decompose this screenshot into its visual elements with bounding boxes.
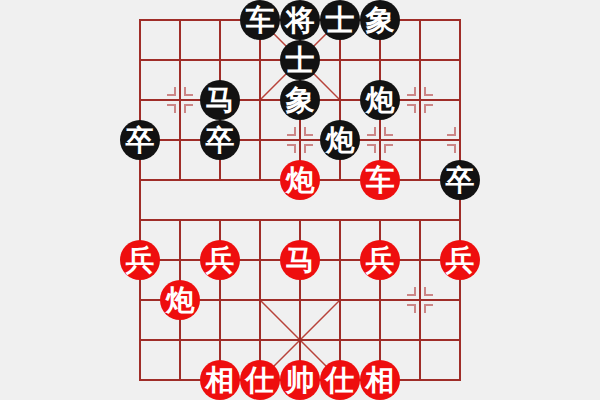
- piece-red-soldier[interactable]: 兵: [360, 240, 400, 280]
- star-point-marker: [294, 127, 296, 136]
- star-point-marker: [304, 144, 306, 153]
- board-file-line: [419, 19, 421, 181]
- star-point-marker: [174, 104, 176, 113]
- piece-black-chariot[interactable]: 车: [240, 0, 280, 40]
- star-point-marker: [424, 287, 426, 296]
- piece-black-advisor[interactable]: 士: [280, 40, 320, 80]
- piece-red-general[interactable]: 帅: [280, 360, 320, 400]
- star-point-marker: [414, 287, 416, 296]
- star-point-marker: [304, 127, 306, 136]
- piece-red-chariot[interactable]: 车: [360, 160, 400, 200]
- board-file-line: [139, 19, 141, 381]
- star-point-marker: [294, 144, 296, 153]
- piece-red-elephant[interactable]: 相: [360, 360, 400, 400]
- star-point-marker: [374, 144, 376, 153]
- piece-red-cannon[interactable]: 炮: [160, 280, 200, 320]
- piece-black-soldier[interactable]: 卒: [440, 160, 480, 200]
- star-point-marker: [414, 104, 416, 113]
- board-file-line: [419, 219, 421, 381]
- star-point-marker: [384, 127, 386, 136]
- piece-red-elephant[interactable]: 相: [200, 360, 240, 400]
- board-file-line: [459, 19, 461, 381]
- star-point-marker: [454, 144, 456, 153]
- piece-red-advisor[interactable]: 仕: [240, 360, 280, 400]
- xiangqi-board[interactable]: 车将士象士马象炮卒卒炮卒炮车兵兵马兵兵炮相仕帅仕相: [140, 20, 460, 380]
- star-point-marker: [184, 104, 186, 113]
- piece-red-advisor[interactable]: 仕: [320, 360, 360, 400]
- star-point-marker: [414, 87, 416, 96]
- star-point-marker: [454, 127, 456, 136]
- star-point-marker: [174, 87, 176, 96]
- piece-black-soldier[interactable]: 卒: [120, 120, 160, 160]
- piece-black-elephant[interactable]: 象: [360, 0, 400, 40]
- piece-black-cannon[interactable]: 炮: [320, 120, 360, 160]
- star-point-marker: [384, 144, 386, 153]
- board-file-line: [259, 19, 261, 181]
- star-point-marker: [414, 304, 416, 313]
- piece-black-general[interactable]: 将: [280, 0, 320, 40]
- piece-black-advisor[interactable]: 士: [320, 0, 360, 40]
- piece-red-soldier[interactable]: 兵: [440, 240, 480, 280]
- board-file-line: [339, 219, 341, 381]
- piece-red-soldier[interactable]: 兵: [200, 240, 240, 280]
- star-point-marker: [424, 304, 426, 313]
- piece-black-horse[interactable]: 马: [200, 80, 240, 120]
- star-point-marker: [374, 127, 376, 136]
- star-point-marker: [424, 87, 426, 96]
- board-file-line: [179, 19, 181, 181]
- piece-black-soldier[interactable]: 卒: [200, 120, 240, 160]
- piece-red-soldier[interactable]: 兵: [120, 240, 160, 280]
- star-point-marker: [424, 104, 426, 113]
- piece-black-cannon[interactable]: 炮: [360, 80, 400, 120]
- piece-red-cannon[interactable]: 炮: [280, 160, 320, 200]
- board-file-line: [259, 219, 261, 381]
- star-point-marker: [184, 87, 186, 96]
- piece-red-horse[interactable]: 马: [280, 240, 320, 280]
- piece-black-elephant[interactable]: 象: [280, 80, 320, 120]
- xiangqi-app: 车将士象士马象炮卒卒炮卒炮车兵兵马兵兵炮相仕帅仕相: [0, 0, 600, 400]
